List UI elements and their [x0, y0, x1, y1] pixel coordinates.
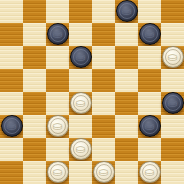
black-man-g7[interactable]: ⛂ — [139, 23, 161, 45]
white-man-g1[interactable]: ⛀ — [139, 161, 161, 183]
black-man-h4[interactable]: ⛂ — [162, 92, 184, 114]
square-a2 — [0, 138, 23, 161]
square-b1 — [23, 161, 46, 184]
black-man-f8[interactable]: ⛂ — [116, 0, 138, 22]
white-draughts-man-glyph: ⛀ — [144, 166, 154, 178]
square-c3[interactable]: ⛀ — [46, 115, 69, 138]
square-f4[interactable] — [115, 92, 138, 115]
square-h4[interactable]: ⛂ — [161, 92, 184, 115]
black-draughts-man-glyph: ⛂ — [121, 5, 131, 17]
square-h2[interactable] — [161, 138, 184, 161]
black-draughts-man-glyph: ⛂ — [6, 120, 16, 132]
square-a5[interactable] — [0, 69, 23, 92]
white-man-c1[interactable]: ⛀ — [47, 161, 69, 183]
black-draughts-man-glyph: ⛂ — [144, 28, 154, 40]
square-d3 — [69, 115, 92, 138]
white-draughts-man-glyph: ⛀ — [98, 166, 108, 178]
square-g1[interactable]: ⛀ — [138, 161, 161, 184]
black-draughts-man-glyph: ⛂ — [52, 28, 62, 40]
square-h3 — [161, 115, 184, 138]
white-man-c3[interactable]: ⛀ — [47, 115, 69, 137]
white-man-d2[interactable]: ⛀ — [70, 138, 92, 160]
white-man-e1[interactable]: ⛀ — [93, 161, 115, 183]
square-d7 — [69, 23, 92, 46]
black-draughts-man-glyph: ⛂ — [75, 51, 85, 63]
square-d5 — [69, 69, 92, 92]
square-c1[interactable]: ⛀ — [46, 161, 69, 184]
square-c5[interactable] — [46, 69, 69, 92]
square-d8[interactable] — [69, 0, 92, 23]
square-d2[interactable]: ⛀ — [69, 138, 92, 161]
square-f7 — [115, 23, 138, 46]
white-draughts-man-glyph: ⛀ — [75, 143, 85, 155]
black-draughts-man-glyph: ⛂ — [167, 97, 177, 109]
square-g6 — [138, 46, 161, 69]
white-draughts-man-glyph: ⛀ — [52, 166, 62, 178]
square-g4 — [138, 92, 161, 115]
square-e7[interactable] — [92, 23, 115, 46]
square-g5[interactable] — [138, 69, 161, 92]
black-man-g3[interactable]: ⛂ — [139, 115, 161, 137]
white-draughts-man-glyph: ⛀ — [52, 120, 62, 132]
square-d4[interactable]: ⛀ — [69, 92, 92, 115]
square-e8 — [92, 0, 115, 23]
square-b3 — [23, 115, 46, 138]
square-b4[interactable] — [23, 92, 46, 115]
square-b6[interactable] — [23, 46, 46, 69]
black-man-a3[interactable]: ⛂ — [1, 115, 23, 137]
square-h7 — [161, 23, 184, 46]
square-d1 — [69, 161, 92, 184]
square-c7[interactable]: ⛂ — [46, 23, 69, 46]
square-a1[interactable] — [0, 161, 23, 184]
square-f2[interactable] — [115, 138, 138, 161]
square-e5[interactable] — [92, 69, 115, 92]
white-man-d4[interactable]: ⛀ — [70, 92, 92, 114]
square-d6[interactable]: ⛂ — [69, 46, 92, 69]
black-man-c7[interactable]: ⛂ — [47, 23, 69, 45]
square-b5 — [23, 69, 46, 92]
square-c4 — [46, 92, 69, 115]
square-c2 — [46, 138, 69, 161]
square-f8[interactable]: ⛂ — [115, 0, 138, 23]
square-g3[interactable]: ⛂ — [138, 115, 161, 138]
square-h5 — [161, 69, 184, 92]
square-g7[interactable]: ⛂ — [138, 23, 161, 46]
square-c8 — [46, 0, 69, 23]
square-h6[interactable]: ⛀ — [161, 46, 184, 69]
square-a4 — [0, 92, 23, 115]
square-b2[interactable] — [23, 138, 46, 161]
square-g8 — [138, 0, 161, 23]
square-f6[interactable] — [115, 46, 138, 69]
square-h1 — [161, 161, 184, 184]
square-e6 — [92, 46, 115, 69]
square-f5 — [115, 69, 138, 92]
square-a7[interactable] — [0, 23, 23, 46]
square-f1 — [115, 161, 138, 184]
square-h8[interactable] — [161, 0, 184, 23]
square-a8 — [0, 0, 23, 23]
black-draughts-man-glyph: ⛂ — [144, 120, 154, 132]
square-e2 — [92, 138, 115, 161]
black-man-d6[interactable]: ⛂ — [70, 46, 92, 68]
square-a3[interactable]: ⛂ — [0, 115, 23, 138]
checkers-board: ⛂⛂⛂⛂⛀⛀⛂⛂⛀⛂⛀⛀⛀⛀ — [0, 0, 184, 184]
square-c6 — [46, 46, 69, 69]
square-b8[interactable] — [23, 0, 46, 23]
square-e3[interactable] — [92, 115, 115, 138]
square-f3 — [115, 115, 138, 138]
white-draughts-man-glyph: ⛀ — [167, 51, 177, 63]
square-a6 — [0, 46, 23, 69]
white-draughts-man-glyph: ⛀ — [75, 97, 85, 109]
white-man-h6[interactable]: ⛀ — [162, 46, 184, 68]
square-e4 — [92, 92, 115, 115]
square-g2 — [138, 138, 161, 161]
square-e1[interactable]: ⛀ — [92, 161, 115, 184]
square-b7 — [23, 23, 46, 46]
